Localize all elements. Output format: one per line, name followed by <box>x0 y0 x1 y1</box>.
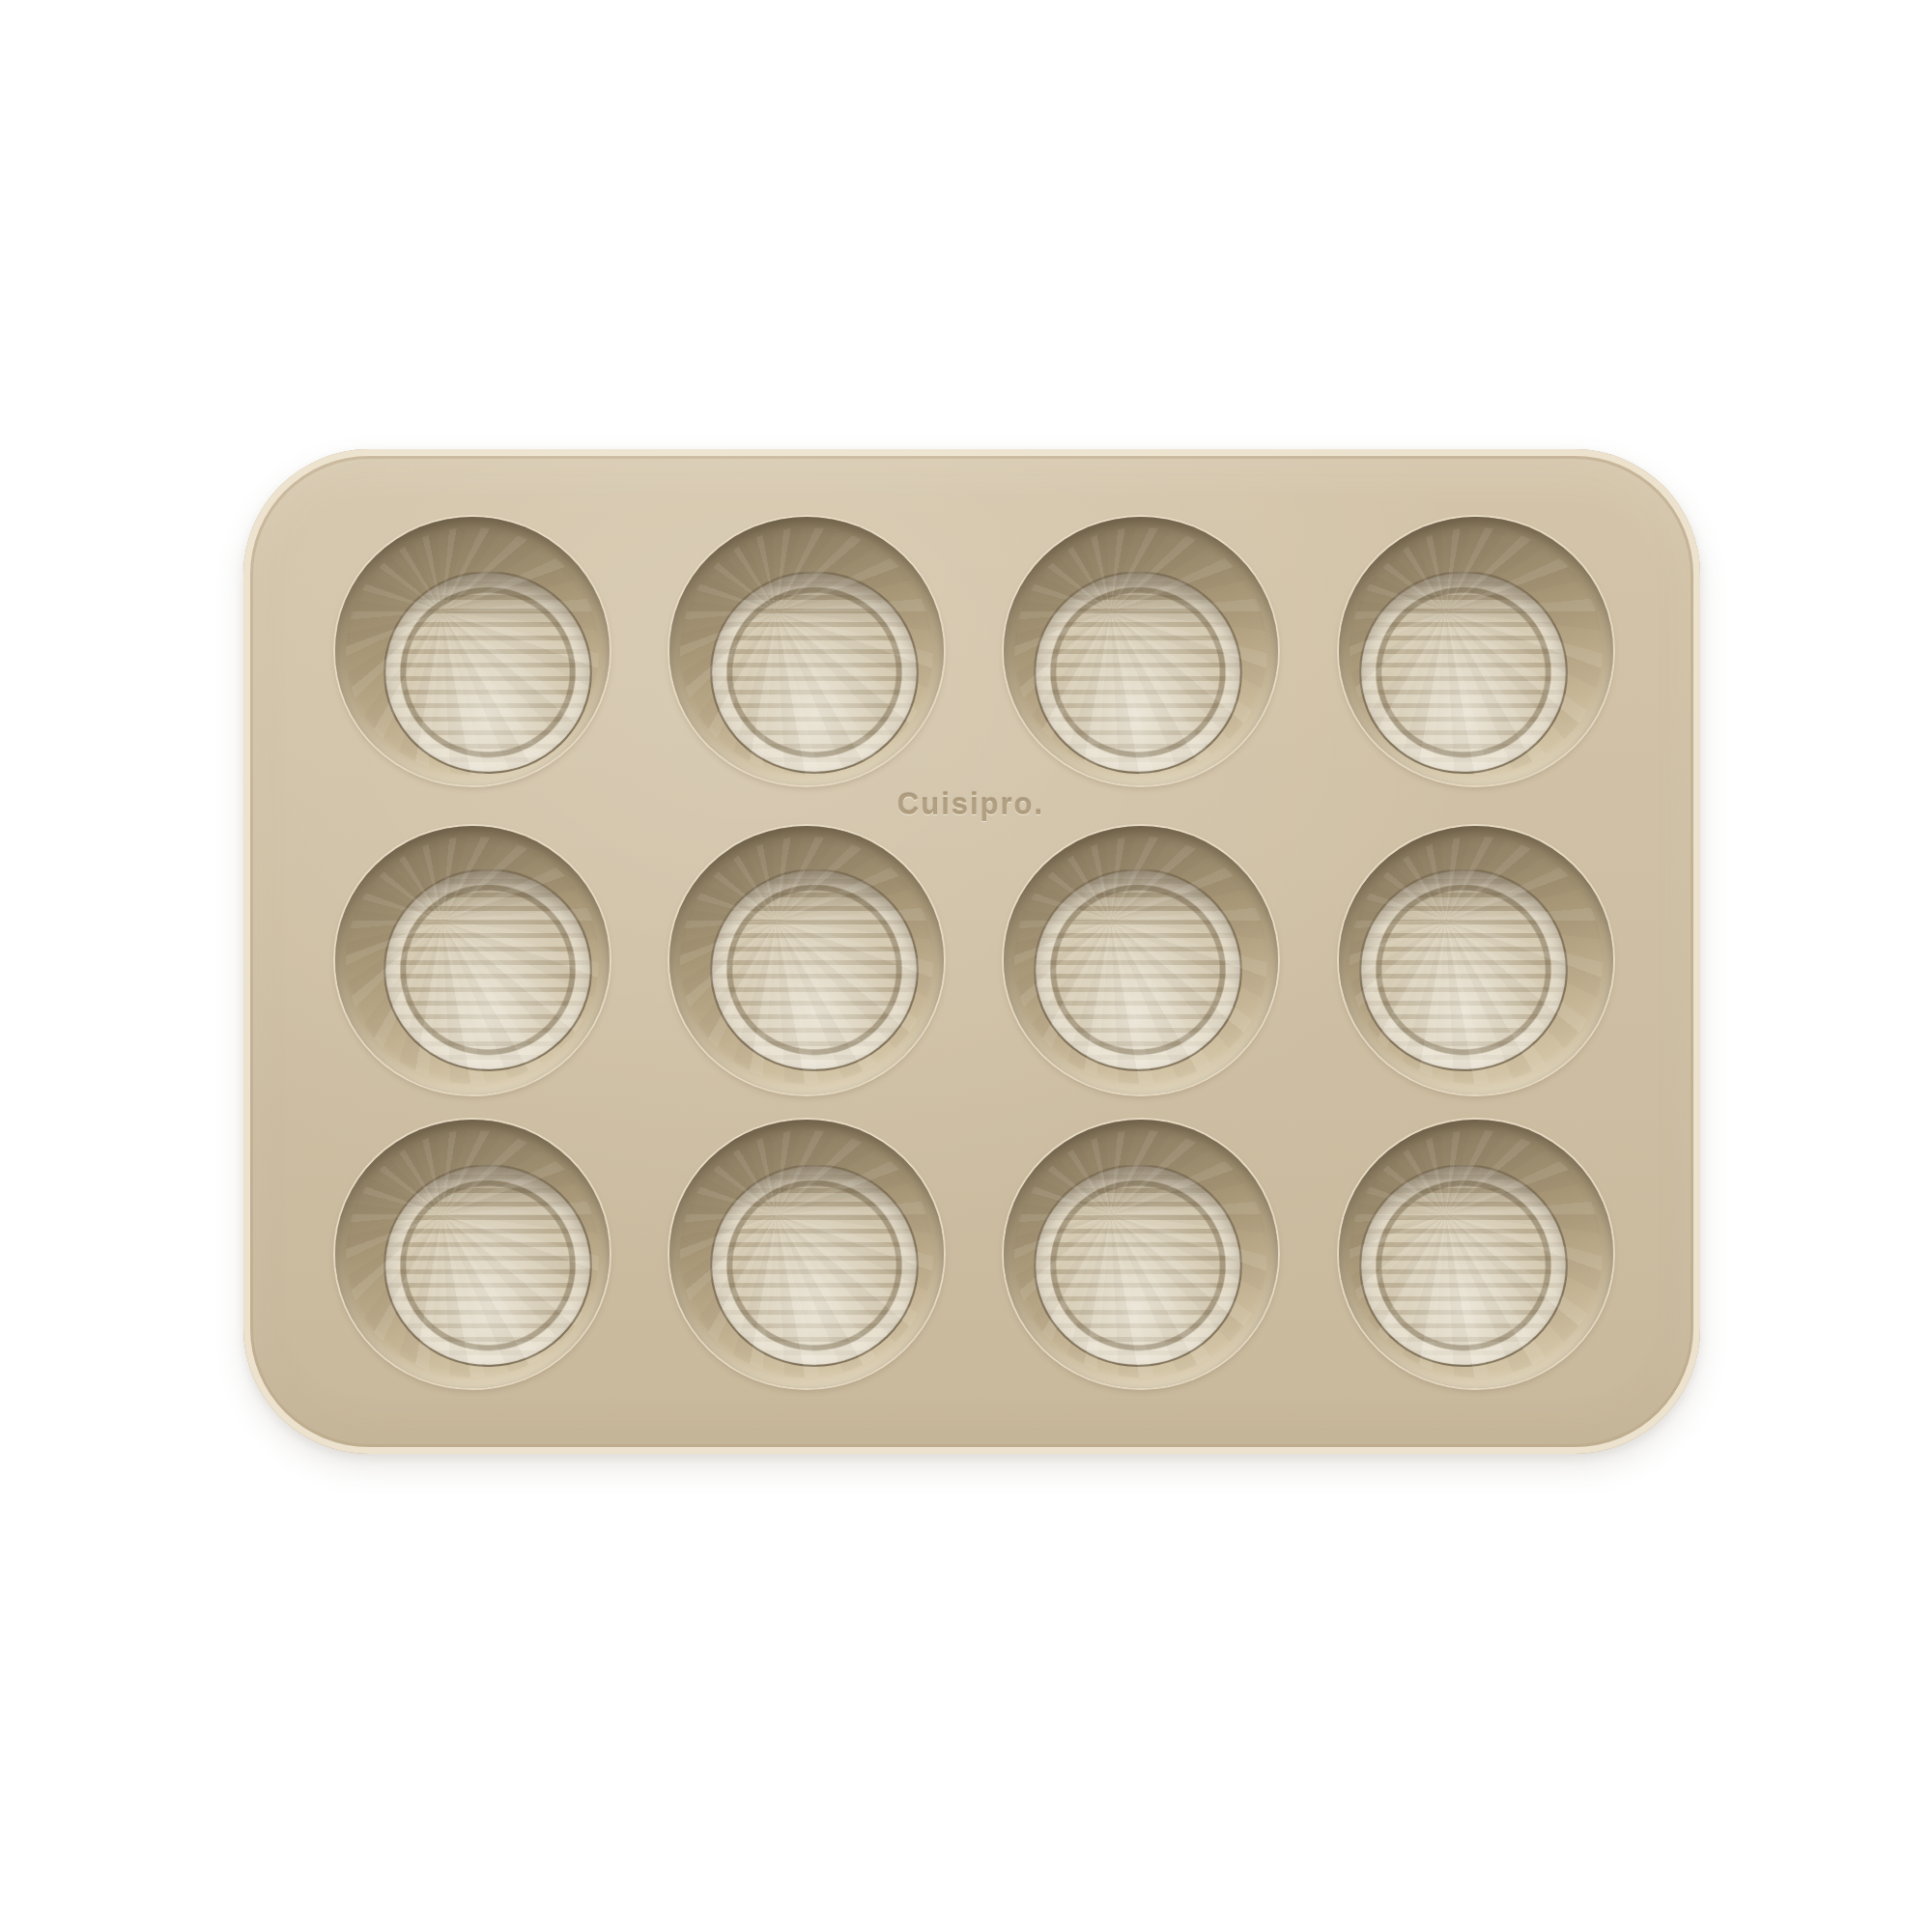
cup-ribbed-bottom <box>1359 1164 1568 1367</box>
muffin-cup-r2c3 <box>1004 826 1278 1094</box>
muffin-cup-r3c4 <box>1339 1120 1613 1388</box>
cup-ribbed-bottom <box>710 571 919 774</box>
muffin-cup-r2c2 <box>669 826 944 1094</box>
product-photo: Cuisipro. <box>0 0 1932 1932</box>
muffin-cup-r3c2 <box>669 1120 944 1388</box>
muffin-cup-r3c3 <box>1004 1120 1278 1388</box>
muffin-cup-r2c1 <box>335 826 610 1094</box>
muffin-cup-r1c1 <box>335 517 610 785</box>
cup-ribbed-bottom <box>1359 868 1568 1071</box>
muffin-cup-r1c4 <box>1339 517 1613 785</box>
muffin-cup-r1c3 <box>1004 517 1278 785</box>
cup-ribbed-bottom <box>1034 571 1242 774</box>
muffin-pan: Cuisipro. <box>243 449 1700 1454</box>
muffin-cup-r1c2 <box>669 517 944 785</box>
cup-ribbed-bottom <box>384 571 592 774</box>
cup-ribbed-bottom <box>1034 1164 1242 1367</box>
embossed-brand-text: Cuisipro. <box>850 787 1092 822</box>
cup-ribbed-bottom <box>1034 868 1242 1071</box>
cup-ribbed-bottom <box>710 1164 919 1367</box>
cup-ribbed-bottom <box>384 868 592 1071</box>
cup-ribbed-bottom <box>710 868 919 1071</box>
muffin-cup-r2c4 <box>1339 826 1613 1094</box>
muffin-cup-r3c1 <box>335 1120 610 1388</box>
cup-ribbed-bottom <box>1359 571 1568 774</box>
cup-ribbed-bottom <box>384 1164 592 1367</box>
